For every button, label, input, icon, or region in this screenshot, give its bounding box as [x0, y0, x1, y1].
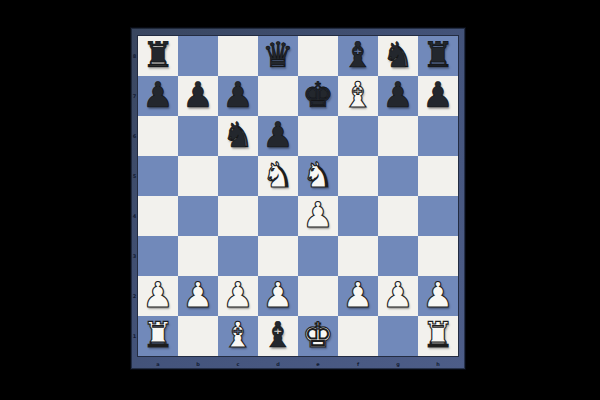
- square-b2[interactable]: ♟: [178, 276, 218, 316]
- square-b1[interactable]: [178, 316, 218, 356]
- piece-white-pawn[interactable]: ♟: [182, 275, 213, 315]
- piece-black-pawn[interactable]: ♟: [222, 75, 253, 115]
- piece-white-rook[interactable]: ♜: [142, 315, 173, 355]
- square-d6[interactable]: ♟: [258, 116, 298, 156]
- file-label-b: b: [178, 357, 218, 370]
- square-e2[interactable]: [298, 276, 338, 316]
- square-b7[interactable]: ♟: [178, 76, 218, 116]
- square-a7[interactable]: ♟: [138, 76, 178, 116]
- piece-white-knight[interactable]: ♞: [262, 155, 293, 195]
- square-d8[interactable]: ♛: [258, 36, 298, 76]
- file-label-c: c: [218, 357, 258, 370]
- rank-label-8: 8: [131, 36, 138, 76]
- file-label-g: g: [378, 357, 418, 370]
- piece-white-pawn[interactable]: ♟: [382, 275, 413, 315]
- piece-white-pawn[interactable]: ♟: [142, 275, 173, 315]
- piece-black-knight[interactable]: ♞: [222, 115, 253, 155]
- square-e7[interactable]: ♚: [298, 76, 338, 116]
- square-g7[interactable]: ♟: [378, 76, 418, 116]
- square-c6[interactable]: ♞: [218, 116, 258, 156]
- square-h8[interactable]: ♜: [418, 36, 458, 76]
- piece-white-pawn[interactable]: ♟: [302, 195, 333, 235]
- square-a8[interactable]: ♜: [138, 36, 178, 76]
- piece-white-rook[interactable]: ♜: [422, 315, 453, 355]
- piece-black-rook[interactable]: ♜: [142, 35, 173, 75]
- square-b8[interactable]: [178, 36, 218, 76]
- piece-black-bishop[interactable]: ♝: [262, 315, 293, 355]
- square-h2[interactable]: ♟: [418, 276, 458, 316]
- piece-black-pawn[interactable]: ♟: [422, 75, 453, 115]
- square-e8[interactable]: [298, 36, 338, 76]
- square-c2[interactable]: ♟: [218, 276, 258, 316]
- square-g8[interactable]: ♞: [378, 36, 418, 76]
- rank-label-7: 7: [131, 76, 138, 116]
- square-f4[interactable]: [338, 196, 378, 236]
- square-d1[interactable]: ♝: [258, 316, 298, 356]
- square-g5[interactable]: [378, 156, 418, 196]
- square-b5[interactable]: [178, 156, 218, 196]
- piece-white-bishop[interactable]: ♝: [222, 315, 253, 355]
- rank-label-1: 1: [131, 316, 138, 356]
- chess-board: ♜♛♝♞♜♟♟♟♚♝♟♟♞♟♞♞♟♟♟♟♟♟♟♟♜♝♝♚♜: [138, 36, 458, 356]
- square-f6[interactable]: [338, 116, 378, 156]
- file-label-f: f: [338, 357, 378, 370]
- square-a2[interactable]: ♟: [138, 276, 178, 316]
- piece-black-rook[interactable]: ♜: [422, 35, 453, 75]
- square-e4[interactable]: ♟: [298, 196, 338, 236]
- piece-black-pawn[interactable]: ♟: [182, 75, 213, 115]
- piece-black-pawn[interactable]: ♟: [262, 115, 293, 155]
- square-c4[interactable]: [218, 196, 258, 236]
- square-f7[interactable]: ♝: [338, 76, 378, 116]
- square-a5[interactable]: [138, 156, 178, 196]
- file-label-a: a: [138, 357, 178, 370]
- piece-white-pawn[interactable]: ♟: [422, 275, 453, 315]
- square-f8[interactable]: ♝: [338, 36, 378, 76]
- rank-label-3: 3: [131, 236, 138, 276]
- square-b3[interactable]: [178, 236, 218, 276]
- piece-black-bishop[interactable]: ♝: [342, 35, 373, 75]
- square-f3[interactable]: [338, 236, 378, 276]
- piece-black-pawn[interactable]: ♟: [142, 75, 173, 115]
- file-label-d: d: [258, 357, 298, 370]
- square-c7[interactable]: ♟: [218, 76, 258, 116]
- square-e5[interactable]: ♞: [298, 156, 338, 196]
- square-h4[interactable]: [418, 196, 458, 236]
- piece-white-bishop[interactable]: ♝: [342, 75, 373, 115]
- piece-black-king[interactable]: ♚: [302, 75, 333, 115]
- square-d5[interactable]: ♞: [258, 156, 298, 196]
- square-g4[interactable]: [378, 196, 418, 236]
- square-c8[interactable]: [218, 36, 258, 76]
- square-c1[interactable]: ♝: [218, 316, 258, 356]
- rank-label-2: 2: [131, 276, 138, 316]
- square-h5[interactable]: [418, 156, 458, 196]
- square-d3[interactable]: [258, 236, 298, 276]
- piece-white-knight[interactable]: ♞: [302, 155, 333, 195]
- square-d4[interactable]: [258, 196, 298, 236]
- piece-black-queen[interactable]: ♛: [262, 35, 293, 75]
- square-b6[interactable]: [178, 116, 218, 156]
- piece-black-knight[interactable]: ♞: [382, 35, 413, 75]
- square-h6[interactable]: [418, 116, 458, 156]
- rank-label-6: 6: [131, 116, 138, 156]
- piece-white-pawn[interactable]: ♟: [342, 275, 373, 315]
- square-h7[interactable]: ♟: [418, 76, 458, 116]
- square-c3[interactable]: [218, 236, 258, 276]
- rank-label-4: 4: [131, 196, 138, 236]
- square-g2[interactable]: ♟: [378, 276, 418, 316]
- square-a6[interactable]: [138, 116, 178, 156]
- square-d7[interactable]: [258, 76, 298, 116]
- square-g6[interactable]: [378, 116, 418, 156]
- piece-white-pawn[interactable]: ♟: [262, 275, 293, 315]
- square-e6[interactable]: [298, 116, 338, 156]
- file-label-e: e: [298, 357, 338, 370]
- square-f2[interactable]: ♟: [338, 276, 378, 316]
- square-f5[interactable]: [338, 156, 378, 196]
- piece-white-king[interactable]: ♚: [302, 315, 333, 355]
- square-d2[interactable]: ♟: [258, 276, 298, 316]
- square-a3[interactable]: [138, 236, 178, 276]
- chess-board-frame: ♜♛♝♞♜♟♟♟♚♝♟♟♞♟♞♞♟♟♟♟♟♟♟♟♜♝♝♚♜ 87654321ab…: [130, 27, 466, 370]
- piece-white-pawn[interactable]: ♟: [222, 275, 253, 315]
- rank-label-5: 5: [131, 156, 138, 196]
- square-a4[interactable]: [138, 196, 178, 236]
- square-h1[interactable]: ♜: [418, 316, 458, 356]
- piece-black-pawn[interactable]: ♟: [382, 75, 413, 115]
- video-letterbox-background: ♜♛♝♞♜♟♟♟♚♝♟♟♞♟♞♞♟♟♟♟♟♟♟♟♜♝♝♚♜ 87654321ab…: [0, 0, 600, 400]
- file-label-h: h: [418, 357, 458, 370]
- square-e1[interactable]: ♚: [298, 316, 338, 356]
- square-h3[interactable]: [418, 236, 458, 276]
- square-a1[interactable]: ♜: [138, 316, 178, 356]
- square-b4[interactable]: [178, 196, 218, 236]
- square-g3[interactable]: [378, 236, 418, 276]
- square-e3[interactable]: [298, 236, 338, 276]
- square-g1[interactable]: [378, 316, 418, 356]
- square-f1[interactable]: [338, 316, 378, 356]
- square-c5[interactable]: [218, 156, 258, 196]
